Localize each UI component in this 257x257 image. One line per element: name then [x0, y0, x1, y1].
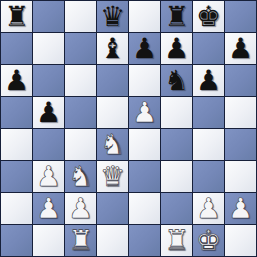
square-b6[interactable]: [33, 65, 64, 96]
piece-white-knight[interactable]: ♞: [100, 129, 125, 160]
square-a3[interactable]: [1, 161, 32, 192]
square-c7[interactable]: [65, 33, 96, 64]
square-c5[interactable]: [65, 97, 96, 128]
piece-black-king[interactable]: ♚: [196, 1, 221, 32]
square-e1[interactable]: [129, 225, 160, 256]
square-a4[interactable]: [1, 129, 32, 160]
piece-white-rook[interactable]: ♜: [164, 225, 189, 256]
square-b1[interactable]: [33, 225, 64, 256]
square-c6[interactable]: [65, 65, 96, 96]
square-f7[interactable]: ♟: [161, 33, 192, 64]
square-g2[interactable]: ♟: [193, 193, 224, 224]
square-b5[interactable]: ♟: [33, 97, 64, 128]
square-h8[interactable]: [225, 1, 256, 32]
piece-white-pawn[interactable]: ♟: [132, 97, 157, 128]
piece-black-pawn[interactable]: ♟: [228, 33, 253, 64]
piece-black-rook[interactable]: ♜: [164, 1, 189, 32]
square-g5[interactable]: [193, 97, 224, 128]
piece-black-bishop[interactable]: ♝: [100, 33, 125, 64]
piece-black-pawn[interactable]: ♟: [164, 33, 189, 64]
piece-black-pawn[interactable]: ♟: [196, 65, 221, 96]
square-f6[interactable]: ♞: [161, 65, 192, 96]
piece-white-rook[interactable]: ♜: [68, 225, 93, 256]
square-a1[interactable]: [1, 225, 32, 256]
square-b2[interactable]: ♟: [33, 193, 64, 224]
square-c4[interactable]: [65, 129, 96, 160]
piece-white-pawn[interactable]: ♟: [68, 193, 93, 224]
square-f8[interactable]: ♜: [161, 1, 192, 32]
piece-black-pawn[interactable]: ♟: [4, 65, 29, 96]
piece-black-queen[interactable]: ♛: [100, 1, 125, 32]
square-g1[interactable]: ♚: [193, 225, 224, 256]
piece-black-rook[interactable]: ♜: [4, 1, 29, 32]
square-f3[interactable]: [161, 161, 192, 192]
square-d7[interactable]: ♝: [97, 33, 128, 64]
square-f1[interactable]: ♜: [161, 225, 192, 256]
piece-white-pawn[interactable]: ♟: [228, 193, 253, 224]
square-a5[interactable]: [1, 97, 32, 128]
square-c3[interactable]: ♞: [65, 161, 96, 192]
piece-white-king[interactable]: ♚: [196, 225, 221, 256]
square-d8[interactable]: ♛: [97, 1, 128, 32]
square-f4[interactable]: [161, 129, 192, 160]
piece-black-pawn[interactable]: ♟: [36, 97, 61, 128]
square-e3[interactable]: [129, 161, 160, 192]
square-d1[interactable]: [97, 225, 128, 256]
piece-white-pawn[interactable]: ♟: [196, 193, 221, 224]
square-b4[interactable]: [33, 129, 64, 160]
piece-white-knight[interactable]: ♞: [68, 161, 93, 192]
square-h4[interactable]: [225, 129, 256, 160]
square-h5[interactable]: [225, 97, 256, 128]
piece-black-knight[interactable]: ♞: [164, 65, 189, 96]
square-d3[interactable]: ♛: [97, 161, 128, 192]
chess-board: ♜♛♜♚♝♟♟♟♟♞♟♟♟♞♟♞♛♟♟♟♟♜♜♚: [0, 0, 257, 257]
piece-white-pawn[interactable]: ♟: [36, 193, 61, 224]
square-a2[interactable]: [1, 193, 32, 224]
square-h1[interactable]: [225, 225, 256, 256]
square-g7[interactable]: [193, 33, 224, 64]
square-d2[interactable]: [97, 193, 128, 224]
square-e4[interactable]: [129, 129, 160, 160]
square-g4[interactable]: [193, 129, 224, 160]
square-g3[interactable]: [193, 161, 224, 192]
square-b8[interactable]: [33, 1, 64, 32]
square-e5[interactable]: ♟: [129, 97, 160, 128]
square-b3[interactable]: ♟: [33, 161, 64, 192]
square-c1[interactable]: ♜: [65, 225, 96, 256]
piece-black-pawn[interactable]: ♟: [132, 33, 157, 64]
square-h6[interactable]: [225, 65, 256, 96]
square-a8[interactable]: ♜: [1, 1, 32, 32]
square-h3[interactable]: [225, 161, 256, 192]
square-h7[interactable]: ♟: [225, 33, 256, 64]
square-g6[interactable]: ♟: [193, 65, 224, 96]
square-c2[interactable]: ♟: [65, 193, 96, 224]
square-e6[interactable]: [129, 65, 160, 96]
square-f2[interactable]: [161, 193, 192, 224]
square-h2[interactable]: ♟: [225, 193, 256, 224]
square-d4[interactable]: ♞: [97, 129, 128, 160]
square-a6[interactable]: ♟: [1, 65, 32, 96]
square-e2[interactable]: [129, 193, 160, 224]
square-e8[interactable]: [129, 1, 160, 32]
square-d6[interactable]: [97, 65, 128, 96]
square-a7[interactable]: [1, 33, 32, 64]
square-d5[interactable]: [97, 97, 128, 128]
square-b7[interactable]: [33, 33, 64, 64]
square-g8[interactable]: ♚: [193, 1, 224, 32]
square-f5[interactable]: [161, 97, 192, 128]
square-e7[interactable]: ♟: [129, 33, 160, 64]
piece-white-queen[interactable]: ♛: [100, 161, 125, 192]
piece-white-pawn[interactable]: ♟: [36, 161, 61, 192]
square-c8[interactable]: [65, 1, 96, 32]
